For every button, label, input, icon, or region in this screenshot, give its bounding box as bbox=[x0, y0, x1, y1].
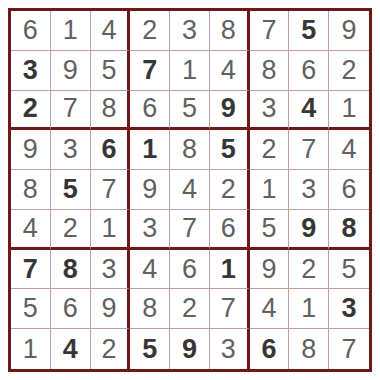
cell-r2c5[interactable]: 1 bbox=[170, 51, 210, 91]
cell-r8c7[interactable]: 4 bbox=[250, 289, 290, 329]
cell-r7c6[interactable]: 1 bbox=[210, 250, 250, 290]
cell-r5c2[interactable]: 5 bbox=[51, 170, 91, 210]
cell-r5c3[interactable]: 7 bbox=[91, 170, 131, 210]
cell-r4c2[interactable]: 3 bbox=[51, 130, 91, 170]
cell-r9c1[interactable]: 1 bbox=[11, 329, 51, 369]
cell-r3c5[interactable]: 5 bbox=[170, 91, 210, 131]
cell-r9c4[interactable]: 5 bbox=[130, 329, 170, 369]
cell-r6c6[interactable]: 6 bbox=[210, 210, 250, 250]
cell-r1c1[interactable]: 6 bbox=[11, 11, 51, 51]
cell-r2c8[interactable]: 6 bbox=[289, 51, 329, 91]
cell-r6c3[interactable]: 1 bbox=[91, 210, 131, 250]
cell-r1c7[interactable]: 7 bbox=[250, 11, 290, 51]
cell-r5c8[interactable]: 3 bbox=[289, 170, 329, 210]
cell-r8c8[interactable]: 1 bbox=[289, 289, 329, 329]
cell-r9c2[interactable]: 4 bbox=[51, 329, 91, 369]
cell-r2c7[interactable]: 8 bbox=[250, 51, 290, 91]
cell-r3c1[interactable]: 2 bbox=[11, 91, 51, 131]
cell-r5c1[interactable]: 8 bbox=[11, 170, 51, 210]
cell-r2c6[interactable]: 4 bbox=[210, 51, 250, 91]
cell-r4c6[interactable]: 5 bbox=[210, 130, 250, 170]
cell-r9c6[interactable]: 3 bbox=[210, 329, 250, 369]
cell-r3c9[interactable]: 1 bbox=[329, 91, 369, 131]
cell-r8c6[interactable]: 7 bbox=[210, 289, 250, 329]
cell-r9c8[interactable]: 8 bbox=[289, 329, 329, 369]
cell-r4c5[interactable]: 8 bbox=[170, 130, 210, 170]
cell-r9c3[interactable]: 2 bbox=[91, 329, 131, 369]
cell-r3c8[interactable]: 4 bbox=[289, 91, 329, 131]
cell-r6c4[interactable]: 3 bbox=[130, 210, 170, 250]
cell-r8c5[interactable]: 2 bbox=[170, 289, 210, 329]
cell-r6c1[interactable]: 4 bbox=[11, 210, 51, 250]
cell-r6c7[interactable]: 5 bbox=[250, 210, 290, 250]
cell-r2c3[interactable]: 5 bbox=[91, 51, 131, 91]
cell-r5c6[interactable]: 2 bbox=[210, 170, 250, 210]
cell-r3c6[interactable]: 9 bbox=[210, 91, 250, 131]
cell-r5c9[interactable]: 6 bbox=[329, 170, 369, 210]
cell-r3c7[interactable]: 3 bbox=[250, 91, 290, 131]
cell-r4c3[interactable]: 6 bbox=[91, 130, 131, 170]
cell-r1c3[interactable]: 4 bbox=[91, 11, 131, 51]
cell-r2c2[interactable]: 9 bbox=[51, 51, 91, 91]
cell-r8c4[interactable]: 8 bbox=[130, 289, 170, 329]
cell-r3c2[interactable]: 7 bbox=[51, 91, 91, 131]
cell-r7c3[interactable]: 3 bbox=[91, 250, 131, 290]
cell-r7c9[interactable]: 5 bbox=[329, 250, 369, 290]
cell-r7c8[interactable]: 2 bbox=[289, 250, 329, 290]
cell-r1c4[interactable]: 2 bbox=[130, 11, 170, 51]
cell-r2c1[interactable]: 3 bbox=[11, 51, 51, 91]
cell-r1c8[interactable]: 5 bbox=[289, 11, 329, 51]
sudoku-page: 6142387593957148622786593419361852748579… bbox=[0, 0, 380, 380]
cell-r9c9[interactable]: 7 bbox=[329, 329, 369, 369]
cell-r3c4[interactable]: 6 bbox=[130, 91, 170, 131]
cell-r1c2[interactable]: 1 bbox=[51, 11, 91, 51]
cell-r6c5[interactable]: 7 bbox=[170, 210, 210, 250]
cell-r5c4[interactable]: 9 bbox=[130, 170, 170, 210]
cell-r1c6[interactable]: 8 bbox=[210, 11, 250, 51]
cell-r8c9[interactable]: 3 bbox=[329, 289, 369, 329]
cell-r9c7[interactable]: 6 bbox=[250, 329, 290, 369]
sudoku-board: 6142387593957148622786593419361852748579… bbox=[8, 8, 372, 372]
cell-r7c1[interactable]: 7 bbox=[11, 250, 51, 290]
cell-r4c1[interactable]: 9 bbox=[11, 130, 51, 170]
cell-r8c3[interactable]: 9 bbox=[91, 289, 131, 329]
cell-r7c7[interactable]: 9 bbox=[250, 250, 290, 290]
cell-r4c4[interactable]: 1 bbox=[130, 130, 170, 170]
cell-r2c4[interactable]: 7 bbox=[130, 51, 170, 91]
cell-r3c3[interactable]: 8 bbox=[91, 91, 131, 131]
cell-r6c9[interactable]: 8 bbox=[329, 210, 369, 250]
cell-r4c7[interactable]: 2 bbox=[250, 130, 290, 170]
cell-r8c2[interactable]: 6 bbox=[51, 289, 91, 329]
cell-r8c1[interactable]: 5 bbox=[11, 289, 51, 329]
cell-r6c2[interactable]: 2 bbox=[51, 210, 91, 250]
cell-r4c9[interactable]: 4 bbox=[329, 130, 369, 170]
cell-r9c5[interactable]: 9 bbox=[170, 329, 210, 369]
cell-r5c7[interactable]: 1 bbox=[250, 170, 290, 210]
cell-r7c4[interactable]: 4 bbox=[130, 250, 170, 290]
cell-r6c8[interactable]: 9 bbox=[289, 210, 329, 250]
cell-r1c5[interactable]: 3 bbox=[170, 11, 210, 51]
cell-r7c5[interactable]: 6 bbox=[170, 250, 210, 290]
cell-r2c9[interactable]: 2 bbox=[329, 51, 369, 91]
cell-r5c5[interactable]: 4 bbox=[170, 170, 210, 210]
cell-r7c2[interactable]: 8 bbox=[51, 250, 91, 290]
cell-r1c9[interactable]: 9 bbox=[329, 11, 369, 51]
cell-r4c8[interactable]: 7 bbox=[289, 130, 329, 170]
